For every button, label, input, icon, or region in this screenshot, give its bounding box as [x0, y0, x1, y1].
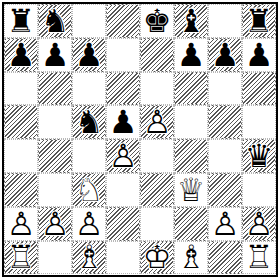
white-rook: ♜♖: [5, 241, 37, 273]
black-knight: ♞♞: [39, 5, 71, 37]
square-f2[interactable]: [174, 207, 208, 241]
square-h8[interactable]: ♜♜: [242, 4, 276, 38]
white-pawn-glyph: ♙: [243, 208, 275, 240]
square-e4[interactable]: [140, 139, 174, 173]
square-d1[interactable]: [106, 241, 140, 275]
square-d4[interactable]: ♟♙: [106, 139, 140, 173]
square-a2[interactable]: ♟♙: [4, 207, 38, 241]
black-knight-glyph: ♞: [73, 106, 105, 138]
square-a5[interactable]: [4, 105, 38, 139]
square-f1[interactable]: ♝♗: [174, 241, 208, 275]
square-a3[interactable]: [4, 173, 38, 207]
square-a1[interactable]: ♜♖: [4, 241, 38, 275]
square-d2[interactable]: [106, 207, 140, 241]
black-king-glyph: ♚: [141, 5, 173, 37]
square-f6[interactable]: [174, 72, 208, 106]
square-b6[interactable]: [38, 72, 72, 106]
square-h1[interactable]: ♜♖: [242, 241, 276, 275]
square-g8[interactable]: [208, 4, 242, 38]
white-queen: ♛♕: [175, 174, 207, 206]
white-bishop-glyph: ♗: [175, 241, 207, 273]
square-g2[interactable]: ♟♙: [208, 207, 242, 241]
white-pawn-glyph: ♙: [141, 106, 173, 138]
square-g3[interactable]: [208, 173, 242, 207]
black-bishop-glyph: ♝: [175, 5, 207, 37]
square-e5[interactable]: ♟♙: [140, 105, 174, 139]
white-pawn: ♟♙: [39, 208, 71, 240]
black-pawn: ♟♟: [5, 39, 37, 71]
square-d7[interactable]: [106, 38, 140, 72]
black-knight: ♞♞: [73, 106, 105, 138]
white-knight: ♞♘: [73, 174, 105, 206]
black-pawn: ♟♟: [243, 39, 275, 71]
square-c7[interactable]: ♟♟: [72, 38, 106, 72]
square-h6[interactable]: [242, 72, 276, 106]
square-d6[interactable]: [106, 72, 140, 106]
square-g6[interactable]: [208, 72, 242, 106]
square-e2[interactable]: [140, 207, 174, 241]
black-pawn-glyph: ♟: [209, 39, 241, 71]
square-b7[interactable]: ♟♟: [38, 38, 72, 72]
white-bishop: ♝♗: [175, 241, 207, 273]
white-pawn: ♟♙: [73, 208, 105, 240]
black-rook-glyph: ♜: [243, 5, 275, 37]
white-knight-glyph: ♘: [73, 174, 105, 206]
square-f4[interactable]: [174, 139, 208, 173]
black-queen: ♛♛: [243, 140, 275, 172]
square-d5[interactable]: ♟♟: [106, 105, 140, 139]
square-f3[interactable]: ♛♕: [174, 173, 208, 207]
white-pawn-glyph: ♙: [107, 140, 139, 172]
square-f7[interactable]: ♟♟: [174, 38, 208, 72]
square-c1[interactable]: ♝♗: [72, 241, 106, 275]
chess-board: ♜♜♞♞♚♚♝♝♜♜♟♟♟♟♟♟♟♟♟♟♟♟♞♞♟♟♟♙♟♙♛♛♞♘♛♕♟♙♟♙…: [4, 4, 276, 275]
square-c6[interactable]: [72, 72, 106, 106]
white-pawn: ♟♙: [107, 140, 139, 172]
square-e1[interactable]: ♚♔: [140, 241, 174, 275]
square-b2[interactable]: ♟♙: [38, 207, 72, 241]
square-b8[interactable]: ♞♞: [38, 4, 72, 38]
black-rook: ♜♜: [243, 5, 275, 37]
white-bishop: ♝♗: [73, 241, 105, 273]
square-h7[interactable]: ♟♟: [242, 38, 276, 72]
white-pawn: ♟♙: [141, 106, 173, 138]
white-king-glyph: ♔: [141, 241, 173, 273]
square-e6[interactable]: [140, 72, 174, 106]
square-h3[interactable]: [242, 173, 276, 207]
square-b5[interactable]: [38, 105, 72, 139]
black-pawn: ♟♟: [175, 39, 207, 71]
square-h4[interactable]: ♛♛: [242, 139, 276, 173]
square-f8[interactable]: ♝♝: [174, 4, 208, 38]
square-g1[interactable]: [208, 241, 242, 275]
square-e7[interactable]: [140, 38, 174, 72]
square-c3[interactable]: ♞♘: [72, 173, 106, 207]
square-e8[interactable]: ♚♚: [140, 4, 174, 38]
square-c8[interactable]: [72, 4, 106, 38]
white-rook-glyph: ♖: [5, 241, 37, 273]
black-queen-glyph: ♛: [243, 140, 275, 172]
square-b3[interactable]: [38, 173, 72, 207]
black-pawn-glyph: ♟: [175, 39, 207, 71]
white-pawn-glyph: ♙: [73, 208, 105, 240]
square-h5[interactable]: [242, 105, 276, 139]
black-pawn: ♟♟: [209, 39, 241, 71]
square-a6[interactable]: [4, 72, 38, 106]
square-e3[interactable]: [140, 173, 174, 207]
white-pawn: ♟♙: [209, 208, 241, 240]
black-knight-glyph: ♞: [39, 5, 71, 37]
white-king: ♚♔: [141, 241, 173, 273]
white-rook-glyph: ♖: [243, 241, 275, 273]
white-queen-glyph: ♕: [175, 174, 207, 206]
chess-diagram: ♜♜♞♞♚♚♝♝♜♜♟♟♟♟♟♟♟♟♟♟♟♟♞♞♟♟♟♙♟♙♛♛♞♘♛♕♟♙♟♙…: [0, 0, 280, 279]
white-rook: ♜♖: [243, 241, 275, 273]
square-g4[interactable]: [208, 139, 242, 173]
black-pawn-glyph: ♟: [39, 39, 71, 71]
black-pawn-glyph: ♟: [73, 39, 105, 71]
square-h2[interactable]: ♟♙: [242, 207, 276, 241]
black-pawn: ♟♟: [107, 106, 139, 138]
square-d8[interactable]: [106, 4, 140, 38]
black-pawn-glyph: ♟: [5, 39, 37, 71]
square-c2[interactable]: ♟♙: [72, 207, 106, 241]
black-bishop: ♝♝: [175, 5, 207, 37]
black-pawn: ♟♟: [39, 39, 71, 71]
black-pawn-glyph: ♟: [107, 106, 139, 138]
square-d3[interactable]: [106, 173, 140, 207]
black-rook: ♜♜: [5, 5, 37, 37]
square-c4[interactable]: [72, 139, 106, 173]
square-b4[interactable]: [38, 139, 72, 173]
black-pawn-glyph: ♟: [243, 39, 275, 71]
board-frame: ♜♜♞♞♚♚♝♝♜♜♟♟♟♟♟♟♟♟♟♟♟♟♞♞♟♟♟♙♟♙♛♛♞♘♛♕♟♙♟♙…: [2, 2, 278, 277]
white-pawn-glyph: ♙: [39, 208, 71, 240]
square-c5[interactable]: ♞♞: [72, 105, 106, 139]
white-pawn: ♟♙: [5, 208, 37, 240]
square-g7[interactable]: ♟♟: [208, 38, 242, 72]
square-a4[interactable]: [4, 139, 38, 173]
square-g5[interactable]: [208, 105, 242, 139]
white-pawn-glyph: ♙: [5, 208, 37, 240]
white-pawn-glyph: ♙: [209, 208, 241, 240]
square-f5[interactable]: [174, 105, 208, 139]
white-pawn: ♟♙: [243, 208, 275, 240]
square-a7[interactable]: ♟♟: [4, 38, 38, 72]
black-pawn: ♟♟: [73, 39, 105, 71]
square-b1[interactable]: [38, 241, 72, 275]
black-rook-glyph: ♜: [5, 5, 37, 37]
black-king: ♚♚: [141, 5, 173, 37]
square-a8[interactable]: ♜♜: [4, 4, 38, 38]
white-bishop-glyph: ♗: [73, 241, 105, 273]
